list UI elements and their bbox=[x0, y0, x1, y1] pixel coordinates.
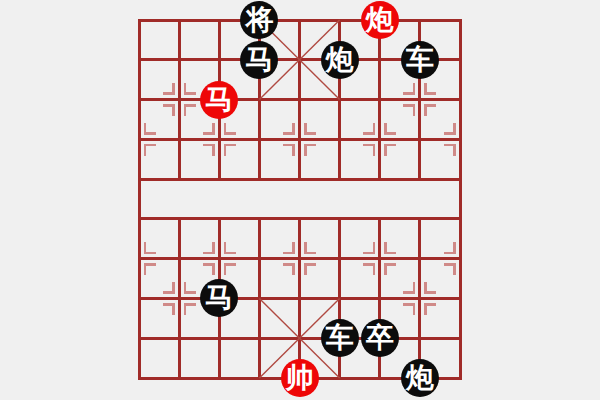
piece-red-general[interactable]: 帅 bbox=[281, 359, 319, 397]
pieces-layer: 将炮马炮车马马车卒帅炮 bbox=[0, 0, 600, 400]
piece-black-horse-1[interactable]: 马 bbox=[240, 41, 278, 79]
piece-black-cannon-1[interactable]: 炮 bbox=[321, 41, 359, 79]
piece-black-general[interactable]: 将 bbox=[240, 1, 278, 39]
piece-black-chariot-1[interactable]: 车 bbox=[401, 41, 439, 79]
piece-black-chariot-2[interactable]: 车 bbox=[321, 319, 359, 357]
xiangqi-board: 将炮马炮车马马车卒帅炮 bbox=[0, 0, 600, 400]
piece-black-soldier[interactable]: 卒 bbox=[361, 319, 399, 357]
piece-red-horse[interactable]: 马 bbox=[200, 81, 238, 119]
piece-black-cannon-2[interactable]: 炮 bbox=[401, 359, 439, 397]
piece-red-cannon[interactable]: 炮 bbox=[361, 1, 399, 39]
piece-black-horse-2[interactable]: 马 bbox=[200, 279, 238, 317]
